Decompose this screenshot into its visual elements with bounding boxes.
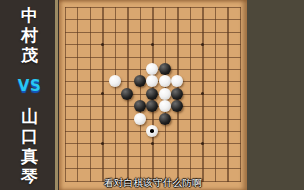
stone-white <box>134 113 146 125</box>
stone-white <box>171 75 183 87</box>
last-move-marker <box>150 129 154 133</box>
stone-black <box>146 88 158 100</box>
stone-white <box>146 63 158 75</box>
video-frame: 中村茂 VS 山口真琴 看对白棋该守什么防啊 <box>0 0 304 190</box>
stone-black <box>159 113 171 125</box>
player-banner: 中村茂 VS 山口真琴 <box>0 0 59 190</box>
stone-black <box>171 100 183 112</box>
stone-white <box>159 88 171 100</box>
subtitle-caption: 看对白棋该守什么防啊 <box>59 176 247 190</box>
right-panel <box>247 0 304 190</box>
stone-black <box>134 75 146 87</box>
stone-white <box>146 125 158 137</box>
player-name-top: 中村茂 <box>20 5 40 65</box>
stone-black <box>134 100 146 112</box>
stone-white <box>159 75 171 87</box>
stone-black <box>121 88 133 100</box>
stone-white <box>146 75 158 87</box>
stones-grid <box>58 1 246 187</box>
vs-label: VS <box>18 77 41 95</box>
stone-black <box>146 100 158 112</box>
stone-black <box>159 63 171 75</box>
stone-white <box>109 75 121 87</box>
renju-board <box>59 0 247 190</box>
player-name-bottom: 山口真琴 <box>20 106 40 186</box>
stone-black <box>171 88 183 100</box>
stone-white <box>159 100 171 112</box>
